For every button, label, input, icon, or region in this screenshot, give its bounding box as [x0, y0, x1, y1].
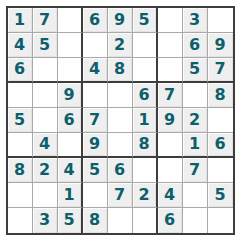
cell-r1c2: 7	[33, 8, 58, 33]
cell-r7c9[interactable]	[208, 158, 233, 183]
cell-r4c7: 7	[158, 83, 183, 108]
cell-r7c8: 7	[183, 158, 208, 183]
cell-r7c7[interactable]	[158, 158, 183, 183]
cell-r6c4: 9	[83, 133, 108, 158]
cell-r9c3: 5	[58, 208, 83, 233]
cell-r5c8: 2	[183, 108, 208, 133]
cell-r5c4: 7	[83, 108, 108, 133]
cell-r6c9: 6	[208, 133, 233, 158]
cell-r1c5: 9	[108, 8, 133, 33]
cell-r8c8[interactable]	[183, 183, 208, 208]
cell-r3c5: 8	[108, 58, 133, 83]
cell-r3c2[interactable]	[33, 58, 58, 83]
cell-r1c1: 1	[8, 8, 33, 33]
cell-r8c9: 5	[208, 183, 233, 208]
cell-r6c3[interactable]	[58, 133, 83, 158]
cell-r1c6: 5	[133, 8, 158, 33]
cell-r9c9[interactable]	[208, 208, 233, 233]
cell-r2c1: 4	[8, 33, 33, 58]
cell-r6c7[interactable]	[158, 133, 183, 158]
cell-r3c4: 4	[83, 58, 108, 83]
cell-r3c8: 5	[183, 58, 208, 83]
cell-r1c3[interactable]	[58, 8, 83, 33]
cell-r9c2: 3	[33, 208, 58, 233]
cell-r4c2[interactable]	[33, 83, 58, 108]
cell-r4c9: 8	[208, 83, 233, 108]
cell-r4c8[interactable]	[183, 83, 208, 108]
cell-r9c7: 6	[158, 208, 183, 233]
cell-r5c2[interactable]	[33, 108, 58, 133]
cell-r7c1: 8	[8, 158, 33, 183]
cell-r6c6: 8	[133, 133, 158, 158]
cell-r6c1[interactable]	[8, 133, 33, 158]
cell-r3c1: 6	[8, 58, 33, 83]
cell-r6c5[interactable]	[108, 133, 133, 158]
cell-r2c7[interactable]	[158, 33, 183, 58]
cell-r8c3: 1	[58, 183, 83, 208]
cell-r4c3: 9	[58, 83, 83, 108]
cell-r2c9: 9	[208, 33, 233, 58]
cell-r7c2: 2	[33, 158, 58, 183]
cell-r1c9[interactable]	[208, 8, 233, 33]
cell-r1c7[interactable]	[158, 8, 183, 33]
cell-r5c3: 6	[58, 108, 83, 133]
cell-r8c1[interactable]	[8, 183, 33, 208]
sudoku-board: 1769534526964857967856719249816824567172…	[6, 6, 235, 235]
cell-r4c6: 6	[133, 83, 158, 108]
cell-r7c5: 6	[108, 158, 133, 183]
cell-r5c9[interactable]	[208, 108, 233, 133]
cell-r4c1[interactable]	[8, 83, 33, 108]
cell-r8c4[interactable]	[83, 183, 108, 208]
cell-r6c2: 4	[33, 133, 58, 158]
cell-r8c5: 7	[108, 183, 133, 208]
cell-r9c6[interactable]	[133, 208, 158, 233]
cell-r5c1: 5	[8, 108, 33, 133]
cell-r2c3[interactable]	[58, 33, 83, 58]
cell-r9c1[interactable]	[8, 208, 33, 233]
cell-r8c2[interactable]	[33, 183, 58, 208]
cell-r2c6[interactable]	[133, 33, 158, 58]
cell-r5c7: 9	[158, 108, 183, 133]
cell-r1c4: 6	[83, 8, 108, 33]
cell-r5c5[interactable]	[108, 108, 133, 133]
cell-r3c9: 7	[208, 58, 233, 83]
cell-r4c5[interactable]	[108, 83, 133, 108]
cell-r1c8: 3	[183, 8, 208, 33]
cell-r4c4[interactable]	[83, 83, 108, 108]
cell-r7c4: 5	[83, 158, 108, 183]
cell-r2c8: 6	[183, 33, 208, 58]
cell-r3c6[interactable]	[133, 58, 158, 83]
cell-r7c6[interactable]	[133, 158, 158, 183]
cell-r9c4: 8	[83, 208, 108, 233]
cell-r8c7: 4	[158, 183, 183, 208]
cell-r9c5[interactable]	[108, 208, 133, 233]
cell-r5c6: 1	[133, 108, 158, 133]
cell-r2c5: 2	[108, 33, 133, 58]
cell-r2c4[interactable]	[83, 33, 108, 58]
cell-r6c8: 1	[183, 133, 208, 158]
cell-r3c3[interactable]	[58, 58, 83, 83]
cell-r2c2: 5	[33, 33, 58, 58]
cell-r8c6: 2	[133, 183, 158, 208]
cell-r9c8[interactable]	[183, 208, 208, 233]
cell-r3c7[interactable]	[158, 58, 183, 83]
cell-r7c3: 4	[58, 158, 83, 183]
page: 1769534526964857967856719249816824567172…	[0, 0, 240, 240]
